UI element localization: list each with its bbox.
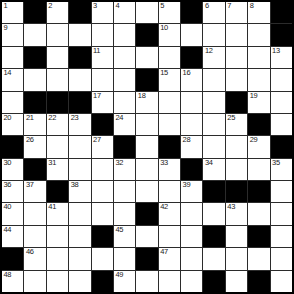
white-cell-r4c2[interactable]: [24, 69, 45, 90]
clue-number: 19: [250, 92, 258, 101]
white-cell-r3c3[interactable]: [47, 47, 68, 68]
white-cell-r12c6[interactable]: [114, 248, 135, 269]
white-cell-r8c11[interactable]: [226, 159, 247, 180]
clue-number: 35: [272, 159, 280, 168]
clue-number: 4: [115, 2, 119, 11]
white-cell-r7c5[interactable]: 27: [92, 136, 113, 157]
clue-number: 29: [250, 136, 258, 145]
white-cell-r7c3[interactable]: [47, 136, 68, 157]
clue-number: 24: [115, 114, 123, 123]
white-cell-r10c4[interactable]: [69, 203, 90, 224]
white-cell-r4c6[interactable]: [114, 69, 135, 90]
black-cell-r1c4: [69, 2, 90, 23]
black-cell-r3c9: [181, 47, 202, 68]
clue-number: 9: [4, 24, 8, 33]
white-cell-r8c4[interactable]: [69, 159, 90, 180]
white-cell-r7c7[interactable]: [136, 136, 157, 157]
white-cell-r12c9[interactable]: [181, 248, 202, 269]
white-cell-r7c11[interactable]: [226, 136, 247, 157]
black-cell-r2c7: [136, 24, 157, 45]
white-cell-r8c5[interactable]: [92, 159, 113, 180]
white-cell-r3c8[interactable]: [159, 47, 180, 68]
white-cell-r1c5[interactable]: 3: [92, 2, 113, 23]
clue-number: 5: [160, 2, 164, 11]
white-cell-r8c1[interactable]: 30: [2, 159, 23, 180]
white-cell-r13c4[interactable]: [69, 271, 90, 292]
white-cell-r10c13[interactable]: [271, 203, 292, 224]
clue-number: 20: [4, 114, 12, 123]
white-cell-r12c11[interactable]: [226, 248, 247, 269]
white-cell-r12c13[interactable]: [271, 248, 292, 269]
white-cell-r13c2[interactable]: [24, 271, 45, 292]
white-cell-r4c4[interactable]: [69, 69, 90, 90]
clue-number: 48: [4, 271, 12, 280]
white-cell-r13c11[interactable]: [226, 271, 247, 292]
black-cell-r2c13: [271, 24, 292, 45]
white-cell-r3c12[interactable]: [248, 47, 269, 68]
black-cell-r13c5: [92, 271, 113, 292]
white-cell-r6c9[interactable]: [181, 114, 202, 135]
white-cell-r7c10[interactable]: [203, 136, 224, 157]
white-cell-r2c6[interactable]: [114, 24, 135, 45]
white-cell-r9c6[interactable]: [114, 181, 135, 202]
black-cell-r1c13: [271, 2, 292, 23]
clue-number: 15: [160, 69, 168, 78]
black-cell-r4c7: [136, 69, 157, 90]
white-cell-r12c2[interactable]: 46: [24, 248, 45, 269]
white-cell-r5c9[interactable]: [181, 92, 202, 113]
clue-number: 16: [183, 69, 191, 78]
white-cell-r12c3[interactable]: [47, 248, 68, 269]
white-cell-r10c6[interactable]: [114, 203, 135, 224]
black-cell-r1c2: [24, 2, 45, 23]
clue-number: 28: [183, 136, 191, 145]
white-cell-r11c2[interactable]: [24, 226, 45, 247]
white-cell-r6c10[interactable]: [203, 114, 224, 135]
black-cell-r9c3: [47, 181, 68, 202]
white-cell-r4c11[interactable]: [226, 69, 247, 90]
white-cell-r6c6[interactable]: 24: [114, 114, 135, 135]
clue-number: 25: [227, 114, 235, 123]
clue-number: 21: [26, 114, 34, 123]
clue-number: 41: [48, 203, 56, 212]
clue-number: 3: [93, 2, 97, 11]
black-cell-r9c10: [203, 181, 224, 202]
clue-number: 31: [48, 159, 56, 168]
white-cell-r6c7[interactable]: [136, 114, 157, 135]
white-cell-r3c11[interactable]: [226, 47, 247, 68]
white-cell-r13c3[interactable]: [47, 271, 68, 292]
clue-number: 44: [4, 226, 12, 235]
white-cell-r6c2[interactable]: 21: [24, 114, 45, 135]
clue-number: 2: [48, 2, 52, 11]
white-cell-r10c12[interactable]: [248, 203, 269, 224]
white-cell-r8c13[interactable]: 35: [271, 159, 292, 180]
white-cell-r5c12[interactable]: 19: [248, 92, 269, 113]
black-cell-r12c7: [136, 248, 157, 269]
white-cell-r2c9[interactable]: [181, 24, 202, 45]
black-cell-r8c9: [181, 159, 202, 180]
white-cell-r5c13[interactable]: [271, 92, 292, 113]
clue-number: 26: [26, 136, 34, 145]
white-cell-r5c8[interactable]: [159, 92, 180, 113]
black-cell-r5c2: [24, 92, 45, 113]
black-cell-r7c6: [114, 136, 135, 157]
clue-number: 10: [160, 24, 168, 33]
white-cell-r11c6[interactable]: 45: [114, 226, 135, 247]
white-cell-r8c6[interactable]: 32: [114, 159, 135, 180]
clue-number: 49: [115, 271, 123, 280]
black-cell-r1c9: [181, 2, 202, 23]
clue-number: 27: [93, 136, 101, 145]
white-cell-r1c6[interactable]: 4: [114, 2, 135, 23]
white-cell-r10c1[interactable]: 40: [2, 203, 23, 224]
black-cell-r12c1: [2, 248, 23, 269]
black-cell-r5c4: [69, 92, 90, 113]
white-cell-r4c8[interactable]: 15: [159, 69, 180, 90]
clue-number: 30: [4, 159, 12, 168]
white-cell-r1c8[interactable]: 5: [159, 2, 180, 23]
black-cell-r5c3: [47, 92, 68, 113]
white-cell-r11c13[interactable]: [271, 226, 292, 247]
white-cell-r4c9[interactable]: 16: [181, 69, 202, 90]
white-cell-r8c12[interactable]: [248, 159, 269, 180]
black-cell-r11c12: [248, 226, 269, 247]
white-cell-r2c12[interactable]: [248, 24, 269, 45]
white-cell-r3c1[interactable]: [2, 47, 23, 68]
black-cell-r9c12: [248, 181, 269, 202]
white-cell-r6c3[interactable]: 22: [47, 114, 68, 135]
white-cell-r8c7[interactable]: [136, 159, 157, 180]
white-cell-r12c8[interactable]: 47: [159, 248, 180, 269]
white-cell-r1c11[interactable]: 7: [226, 2, 247, 23]
white-cell-r9c13[interactable]: [271, 181, 292, 202]
white-cell-r2c11[interactable]: [226, 24, 247, 45]
black-cell-r11c10: [203, 226, 224, 247]
black-cell-r7c13: [271, 136, 292, 157]
clue-number: 22: [48, 114, 56, 123]
white-cell-r7c4[interactable]: [69, 136, 90, 157]
clue-number: 8: [250, 2, 254, 11]
clue-number: 18: [138, 92, 146, 101]
white-cell-r2c5[interactable]: [92, 24, 113, 45]
white-cell-r4c1[interactable]: 14: [2, 69, 23, 90]
white-cell-r3c6[interactable]: [114, 47, 135, 68]
clue-number: 39: [183, 181, 191, 190]
crossword-grid: 1234567891011121314151617181920212223242…: [0, 0, 294, 294]
white-cell-r4c12[interactable]: [248, 69, 269, 90]
clue-number: 47: [160, 248, 168, 257]
white-cell-r13c1[interactable]: 48: [2, 271, 23, 292]
clue-number: 12: [205, 47, 213, 56]
white-cell-r2c2[interactable]: [24, 24, 45, 45]
white-cell-r2c4[interactable]: [69, 24, 90, 45]
white-cell-r5c10[interactable]: [203, 92, 224, 113]
white-cell-r13c7[interactable]: [136, 271, 157, 292]
white-cell-r4c13[interactable]: [271, 69, 292, 90]
black-cell-r5c11: [226, 92, 247, 113]
white-cell-r11c7[interactable]: [136, 226, 157, 247]
white-cell-r5c6[interactable]: [114, 92, 135, 113]
white-cell-r12c5[interactable]: [92, 248, 113, 269]
clue-number: 36: [4, 181, 12, 190]
white-cell-r9c9[interactable]: 39: [181, 181, 202, 202]
white-cell-r6c11[interactable]: 25: [226, 114, 247, 135]
clue-number: 34: [205, 159, 213, 168]
white-cell-r13c8[interactable]: [159, 271, 180, 292]
white-cell-r2c8[interactable]: 10: [159, 24, 180, 45]
white-cell-r9c8[interactable]: [159, 181, 180, 202]
white-cell-r1c12[interactable]: 8: [248, 2, 269, 23]
clue-number: 14: [4, 69, 12, 78]
white-cell-r11c11[interactable]: [226, 226, 247, 247]
white-cell-r1c10[interactable]: 6: [203, 2, 224, 23]
white-cell-r10c8[interactable]: 42: [159, 203, 180, 224]
white-cell-r6c1[interactable]: 20: [2, 114, 23, 135]
clue-number: 43: [227, 203, 235, 212]
white-cell-r8c8[interactable]: 33: [159, 159, 180, 180]
black-cell-r10c7: [136, 203, 157, 224]
white-cell-r3c10[interactable]: 12: [203, 47, 224, 68]
black-cell-r13c10: [203, 271, 224, 292]
white-cell-r3c13[interactable]: 13: [271, 47, 292, 68]
white-cell-r13c6[interactable]: 49: [114, 271, 135, 292]
clue-number: 37: [26, 181, 34, 190]
white-cell-r9c2[interactable]: 37: [24, 181, 45, 202]
white-cell-r11c1[interactable]: 44: [2, 226, 23, 247]
white-cell-r3c7[interactable]: [136, 47, 157, 68]
white-cell-r1c1[interactable]: 1: [2, 2, 23, 23]
white-cell-r12c10[interactable]: [203, 248, 224, 269]
clue-number: 7: [227, 2, 231, 11]
white-cell-r7c2[interactable]: 26: [24, 136, 45, 157]
white-cell-r13c13[interactable]: [271, 271, 292, 292]
white-cell-r9c1[interactable]: 36: [2, 181, 23, 202]
white-cell-r5c1[interactable]: [2, 92, 23, 113]
white-cell-r2c3[interactable]: [47, 24, 68, 45]
clue-number: 6: [205, 2, 209, 11]
white-cell-r2c1[interactable]: 9: [2, 24, 23, 45]
black-cell-r6c5: [92, 114, 113, 135]
white-cell-r12c12[interactable]: [248, 248, 269, 269]
white-cell-r6c13[interactable]: [271, 114, 292, 135]
white-cell-r10c5[interactable]: [92, 203, 113, 224]
white-cell-r1c7[interactable]: [136, 2, 157, 23]
white-cell-r12c4[interactable]: [69, 248, 90, 269]
black-cell-r13c12: [248, 271, 269, 292]
white-cell-r7c9[interactable]: 28: [181, 136, 202, 157]
white-cell-r9c5[interactable]: [92, 181, 113, 202]
white-cell-r11c4[interactable]: [69, 226, 90, 247]
white-cell-r4c3[interactable]: [47, 69, 68, 90]
white-cell-r10c2[interactable]: [24, 203, 45, 224]
white-cell-r3c5[interactable]: 11: [92, 47, 113, 68]
black-cell-r6c12: [248, 114, 269, 135]
black-cell-r3c4: [69, 47, 90, 68]
white-cell-r5c7[interactable]: 18: [136, 92, 157, 113]
crossword-puzzle: 1234567891011121314151617181920212223242…: [0, 0, 294, 294]
black-cell-r8c2: [24, 159, 45, 180]
white-cell-r11c8[interactable]: [159, 226, 180, 247]
white-cell-r10c11[interactable]: 43: [226, 203, 247, 224]
clue-number: 23: [71, 114, 79, 123]
white-cell-r10c10[interactable]: [203, 203, 224, 224]
white-cell-r2c10[interactable]: [203, 24, 224, 45]
black-cell-r7c8: [159, 136, 180, 157]
clue-number: 32: [115, 159, 123, 168]
white-cell-r7c12[interactable]: 29: [248, 136, 269, 157]
white-cell-r6c4[interactable]: 23: [69, 114, 90, 135]
white-cell-r13c9[interactable]: [181, 271, 202, 292]
white-cell-r10c3[interactable]: 41: [47, 203, 68, 224]
white-cell-r6c8[interactable]: [159, 114, 180, 135]
black-cell-r11c5: [92, 226, 113, 247]
white-cell-r9c7[interactable]: [136, 181, 157, 202]
black-cell-r9c11: [226, 181, 247, 202]
black-cell-r7c1: [2, 136, 23, 157]
white-cell-r9c4[interactable]: 38: [69, 181, 90, 202]
white-cell-r8c10[interactable]: 34: [203, 159, 224, 180]
clue-number: 33: [160, 159, 168, 168]
white-cell-r11c9[interactable]: [181, 226, 202, 247]
black-cell-r3c2: [24, 47, 45, 68]
white-cell-r10c9[interactable]: [181, 203, 202, 224]
white-cell-r4c5[interactable]: [92, 69, 113, 90]
clue-number: 40: [4, 203, 12, 212]
white-cell-r8c3[interactable]: 31: [47, 159, 68, 180]
white-cell-r4c10[interactable]: [203, 69, 224, 90]
clue-number: 45: [115, 226, 123, 235]
clue-number: 38: [71, 181, 79, 190]
clue-number: 13: [272, 47, 280, 56]
white-cell-r11c3[interactable]: [47, 226, 68, 247]
white-cell-r1c3[interactable]: 2: [47, 2, 68, 23]
clue-number: 46: [26, 248, 34, 257]
clue-number: 42: [160, 203, 168, 212]
clue-number: 17: [93, 92, 101, 101]
clue-number: 11: [93, 47, 100, 56]
clue-number: 1: [4, 2, 8, 11]
white-cell-r5c5[interactable]: 17: [92, 92, 113, 113]
